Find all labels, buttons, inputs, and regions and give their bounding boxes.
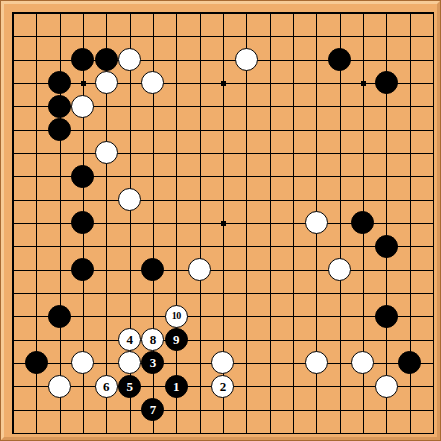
black-stone: [351, 211, 374, 234]
move-4-stone: 4: [118, 328, 141, 351]
white-stone: [305, 351, 328, 374]
move-7-stone: 7: [141, 398, 164, 421]
stones-layer: 10489365127: [1, 1, 441, 441]
white-stone: [328, 258, 351, 281]
white-stone: [375, 375, 398, 398]
black-stone: [71, 211, 94, 234]
go-board: 10489365127: [0, 0, 441, 441]
black-stone: [48, 305, 71, 328]
black-stone: [71, 258, 94, 281]
move-6-stone: 6: [95, 375, 118, 398]
move-9-stone: 9: [165, 328, 188, 351]
black-stone: [375, 235, 398, 258]
white-stone: [211, 351, 234, 374]
black-stone: [71, 165, 94, 188]
white-stone: [118, 351, 141, 374]
black-stone: [398, 351, 421, 374]
black-stone: [375, 71, 398, 94]
white-stone: [48, 375, 71, 398]
white-stone: [305, 211, 328, 234]
black-stone: [48, 118, 71, 141]
white-stone: [118, 188, 141, 211]
white-stone: [95, 71, 118, 94]
black-stone: [25, 351, 48, 374]
white-stone: [141, 71, 164, 94]
white-stone: [71, 351, 94, 374]
white-stone: [71, 95, 94, 118]
move-1-stone: 1: [165, 375, 188, 398]
white-stone: [351, 351, 374, 374]
white-stone: [188, 258, 211, 281]
move-8-stone: 8: [141, 328, 164, 351]
black-stone: [328, 48, 351, 71]
move-2-stone: 2: [211, 375, 234, 398]
move-5-stone: 5: [118, 375, 141, 398]
black-stone: [48, 95, 71, 118]
move-10-stone: 10: [165, 305, 188, 328]
black-stone: [95, 48, 118, 71]
black-stone: [141, 258, 164, 281]
white-stone: [118, 48, 141, 71]
black-stone: [48, 71, 71, 94]
white-stone: [95, 141, 118, 164]
move-3-stone: 3: [141, 351, 164, 374]
black-stone: [375, 305, 398, 328]
black-stone: [71, 48, 94, 71]
white-stone: [235, 48, 258, 71]
